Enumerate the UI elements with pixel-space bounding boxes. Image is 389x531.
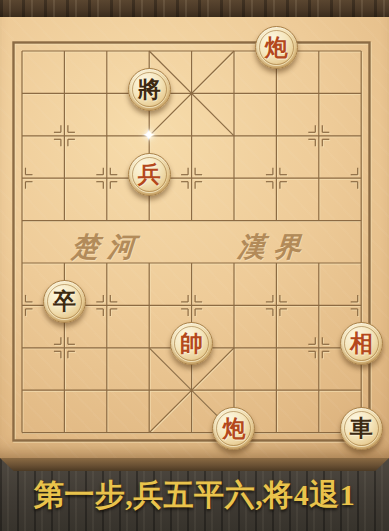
piece-black-chariot[interactable]: 車 xyxy=(340,407,383,450)
caption-bar: 第一步,兵五平六,将4退1 xyxy=(0,458,389,531)
piece-glyph: 卒 xyxy=(53,290,76,313)
piece-glyph: 兵 xyxy=(138,163,161,186)
piece-glyph: 炮 xyxy=(265,36,288,59)
piece-glyph: 相 xyxy=(350,332,373,355)
piece-black-pawn[interactable]: 卒 xyxy=(43,280,86,323)
piece-glyph: 將 xyxy=(138,78,161,101)
piece-red-general[interactable]: 帥 xyxy=(170,322,213,365)
xiangqi-board[interactable]: 楚河 漢界 炮將兵卒帥相炮車 ✦ xyxy=(0,17,389,458)
piece-red-elephant[interactable]: 相 xyxy=(340,322,383,365)
piece-glyph: 帥 xyxy=(180,332,203,355)
move-caption: 第一步,兵五平六,将4退1 xyxy=(0,475,389,516)
piece-red-cannon-top[interactable]: 炮 xyxy=(255,26,298,69)
piece-glyph: 車 xyxy=(350,417,373,440)
piece-glyph: 炮 xyxy=(222,417,245,440)
wood-frame-top xyxy=(0,0,389,17)
piece-black-general[interactable]: 將 xyxy=(128,68,171,111)
xiangqi-game-screen: 楚河 漢界 炮將兵卒帥相炮車 ✦ 第一步,兵五平六,将4退1 xyxy=(0,0,389,531)
piece-red-cannon-bottom[interactable]: 炮 xyxy=(212,407,255,450)
piece-red-pawn[interactable]: 兵 xyxy=(128,153,171,196)
piece-grid: 炮將兵卒帥相炮車 xyxy=(1,30,383,454)
board-edge-bevel xyxy=(0,458,389,471)
